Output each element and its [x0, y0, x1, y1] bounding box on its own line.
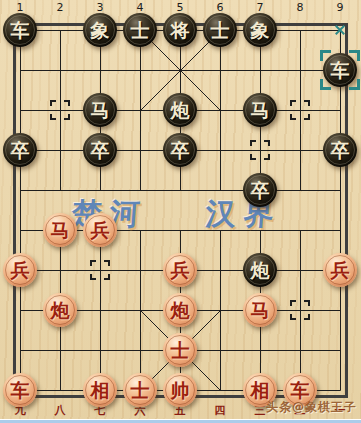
piece-black-cannon[interactable]: 炮: [243, 253, 277, 287]
piece-red-elephant[interactable]: 相: [83, 373, 117, 407]
piece-black-cannon[interactable]: 炮: [163, 93, 197, 127]
piece-red-cannon[interactable]: 炮: [163, 293, 197, 327]
piece-red-advisor[interactable]: 士: [123, 373, 157, 407]
file-label-top-2: 2: [50, 1, 70, 15]
piece-black-horse[interactable]: 马: [83, 93, 117, 127]
piece-red-horse[interactable]: 马: [43, 213, 77, 247]
piece-red-chariot[interactable]: 车: [3, 373, 37, 407]
piece-red-horse[interactable]: 马: [243, 293, 277, 327]
piece-black-horse[interactable]: 马: [243, 93, 277, 127]
point-marker: [290, 300, 310, 320]
bottom-edge-strip: [0, 419, 361, 423]
piece-black-advisor[interactable]: 士: [123, 13, 157, 47]
piece-black-chariot[interactable]: 车: [3, 13, 37, 47]
watermark: 头条@象棋王子: [266, 399, 357, 416]
piece-red-soldier[interactable]: 兵: [323, 253, 357, 287]
point-marker: [290, 100, 310, 120]
file-label-top-8: 8: [290, 1, 310, 15]
file-label-bottom-6: 四: [210, 404, 230, 418]
piece-red-soldier[interactable]: 兵: [163, 253, 197, 287]
piece-red-cannon[interactable]: 炮: [43, 293, 77, 327]
piece-black-advisor[interactable]: 士: [203, 13, 237, 47]
piece-black-soldier[interactable]: 卒: [243, 173, 277, 207]
piece-red-advisor[interactable]: 士: [163, 333, 197, 367]
piece-red-general[interactable]: 帅: [163, 373, 197, 407]
xiangqi-board: 123456789 九八七六五四三二一 楚河 汉界 车象士将士象车马炮马卒卒卒卒…: [0, 0, 361, 423]
point-marker: [50, 100, 70, 120]
point-marker: [90, 260, 110, 280]
piece-red-soldier[interactable]: 兵: [3, 253, 37, 287]
piece-black-soldier[interactable]: 卒: [3, 133, 37, 167]
piece-black-general[interactable]: 将: [163, 13, 197, 47]
piece-black-chariot[interactable]: 车: [323, 53, 357, 87]
file-label-bottom-2: 八: [50, 404, 70, 418]
point-marker: [250, 140, 270, 160]
piece-black-soldier[interactable]: 卒: [83, 133, 117, 167]
file-label-top-9: 9: [330, 1, 350, 15]
piece-black-elephant[interactable]: 象: [83, 13, 117, 47]
piece-black-soldier[interactable]: 卒: [163, 133, 197, 167]
piece-red-soldier[interactable]: 兵: [83, 213, 117, 247]
piece-black-elephant[interactable]: 象: [243, 13, 277, 47]
piece-black-soldier[interactable]: 卒: [323, 133, 357, 167]
